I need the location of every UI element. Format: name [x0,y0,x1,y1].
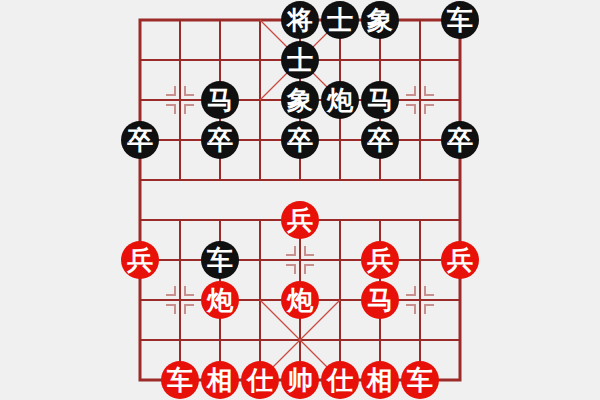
piece-red-general[interactable]: 帅 [281,361,319,399]
piece-black-soldier[interactable]: 卒 [281,121,319,159]
piece-red-advisor[interactable]: 仕 [241,361,279,399]
piece-black-advisor[interactable]: 士 [281,41,319,79]
piece-black-chariot[interactable]: 车 [201,241,239,279]
piece-red-soldier[interactable]: 兵 [281,201,319,239]
piece-red-chariot[interactable]: 车 [161,361,199,399]
piece-black-horse[interactable]: 马 [361,81,399,119]
piece-red-soldier[interactable]: 兵 [121,241,159,279]
piece-black-chariot[interactable]: 车 [441,1,479,39]
piece-black-advisor[interactable]: 士 [321,1,359,39]
piece-red-horse[interactable]: 马 [361,281,399,319]
piece-red-cannon[interactable]: 炮 [201,281,239,319]
piece-black-soldier[interactable]: 卒 [441,121,479,159]
piece-red-chariot[interactable]: 车 [401,361,439,399]
piece-red-cannon[interactable]: 炮 [281,281,319,319]
piece-red-elephant[interactable]: 相 [361,361,399,399]
piece-black-general[interactable]: 将 [281,1,319,39]
piece-black-cannon[interactable]: 炮 [321,81,359,119]
piece-black-elephant[interactable]: 象 [281,81,319,119]
piece-red-elephant[interactable]: 相 [201,361,239,399]
piece-black-soldier[interactable]: 卒 [201,121,239,159]
xiangqi-app: 将士象车士马象炮马卒卒卒卒卒兵兵车兵兵炮炮马车相仕帅仕相车 [0,0,600,400]
piece-red-soldier[interactable]: 兵 [441,241,479,279]
piece-red-advisor[interactable]: 仕 [321,361,359,399]
piece-black-soldier[interactable]: 卒 [121,121,159,159]
board-grid: 将士象车士马象炮马卒卒卒卒卒兵兵车兵兵炮炮马车相仕帅仕相车 [120,0,480,400]
piece-black-horse[interactable]: 马 [201,81,239,119]
piece-red-soldier[interactable]: 兵 [361,241,399,279]
piece-black-soldier[interactable]: 卒 [361,121,399,159]
piece-black-elephant[interactable]: 象 [361,1,399,39]
